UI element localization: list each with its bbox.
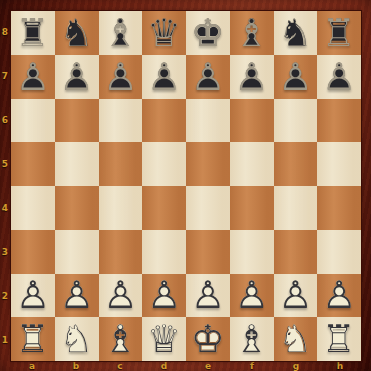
square-e1[interactable]: ♚♔ [186, 317, 230, 361]
square-h3[interactable] [317, 230, 361, 274]
square-f5[interactable] [230, 142, 274, 186]
piece-glyph-outline: ♙ [99, 274, 143, 318]
square-b4[interactable] [55, 186, 99, 230]
square-e8[interactable]: ♚♔ [186, 11, 230, 55]
square-h1[interactable]: ♜♖ [317, 317, 361, 361]
file-label-f: f [230, 361, 274, 371]
square-c6[interactable] [99, 99, 143, 143]
piece-white-pawn[interactable]: ♟♙ [230, 274, 274, 318]
piece-black-bishop[interactable]: ♝♗ [99, 11, 143, 55]
square-f4[interactable] [230, 186, 274, 230]
rank-labels: 87654321 [0, 10, 10, 362]
piece-glyph-outline: ♘ [55, 317, 99, 361]
square-b6[interactable] [55, 99, 99, 143]
piece-white-queen[interactable]: ♛♕ [142, 317, 186, 361]
piece-glyph-outline: ♙ [99, 55, 143, 99]
piece-black-pawn[interactable]: ♟♙ [274, 55, 318, 99]
piece-white-pawn[interactable]: ♟♙ [55, 274, 99, 318]
square-g1[interactable]: ♞♘ [274, 317, 318, 361]
piece-black-pawn[interactable]: ♟♙ [186, 55, 230, 99]
square-a2[interactable]: ♟♙ [11, 274, 55, 318]
rank-label-5: 5 [0, 142, 10, 186]
square-d2[interactable]: ♟♙ [142, 274, 186, 318]
piece-glyph-outline: ♙ [142, 55, 186, 99]
piece-glyph-outline: ♕ [142, 317, 186, 361]
square-c1[interactable]: ♝♗ [99, 317, 143, 361]
square-d5[interactable] [142, 142, 186, 186]
piece-glyph-outline: ♙ [55, 55, 99, 99]
square-h8[interactable]: ♜♖ [317, 11, 361, 55]
square-h7[interactable]: ♟♙ [317, 55, 361, 99]
rank-label-2: 2 [0, 274, 10, 318]
file-label-c: c [98, 361, 142, 371]
rank-label-4: 4 [0, 186, 10, 230]
square-d4[interactable] [142, 186, 186, 230]
square-g8[interactable]: ♞♘ [274, 11, 318, 55]
piece-glyph-outline: ♔ [186, 11, 230, 55]
piece-black-pawn[interactable]: ♟♙ [230, 55, 274, 99]
piece-black-knight[interactable]: ♞♘ [55, 11, 99, 55]
square-h4[interactable] [317, 186, 361, 230]
piece-black-pawn[interactable]: ♟♙ [11, 55, 55, 99]
square-d6[interactable] [142, 99, 186, 143]
square-d1[interactable]: ♛♕ [142, 317, 186, 361]
square-h6[interactable] [317, 99, 361, 143]
square-f1[interactable]: ♝♗ [230, 317, 274, 361]
piece-white-pawn[interactable]: ♟♙ [142, 274, 186, 318]
piece-black-pawn[interactable]: ♟♙ [99, 55, 143, 99]
square-a7[interactable]: ♟♙ [11, 55, 55, 99]
square-b2[interactable]: ♟♙ [55, 274, 99, 318]
square-e5[interactable] [186, 142, 230, 186]
piece-white-pawn[interactable]: ♟♙ [274, 274, 318, 318]
piece-glyph-outline: ♘ [274, 317, 318, 361]
piece-glyph-outline: ♙ [142, 274, 186, 318]
square-g5[interactable] [274, 142, 318, 186]
square-g2[interactable]: ♟♙ [274, 274, 318, 318]
rank-label-6: 6 [0, 98, 10, 142]
chess-board[interactable]: ♜♖♞♘♝♗♛♕♚♔♝♗♞♘♜♖♟♙♟♙♟♙♟♙♟♙♟♙♟♙♟♙♟♙♟♙♟♙♟♙… [10, 10, 362, 362]
piece-white-knight[interactable]: ♞♘ [55, 317, 99, 361]
file-label-a: a [10, 361, 54, 371]
file-label-e: e [186, 361, 230, 371]
piece-black-rook[interactable]: ♜♖ [11, 11, 55, 55]
piece-white-pawn[interactable]: ♟♙ [186, 274, 230, 318]
square-a8[interactable]: ♜♖ [11, 11, 55, 55]
piece-glyph-outline: ♗ [99, 317, 143, 361]
piece-white-knight[interactable]: ♞♘ [274, 317, 318, 361]
piece-black-bishop[interactable]: ♝♗ [230, 11, 274, 55]
piece-black-pawn[interactable]: ♟♙ [142, 55, 186, 99]
piece-white-king[interactable]: ♚♔ [186, 317, 230, 361]
file-label-g: g [274, 361, 318, 371]
piece-glyph-outline: ♙ [11, 274, 55, 318]
piece-glyph-outline: ♔ [186, 317, 230, 361]
piece-glyph-outline: ♖ [11, 11, 55, 55]
rank-label-8: 8 [0, 10, 10, 54]
piece-black-knight[interactable]: ♞♘ [274, 11, 318, 55]
square-c7[interactable]: ♟♙ [99, 55, 143, 99]
piece-glyph-outline: ♘ [274, 11, 318, 55]
file-labels: abcdefgh [10, 361, 362, 371]
rank-label-1: 1 [0, 318, 10, 362]
square-g7[interactable]: ♟♙ [274, 55, 318, 99]
square-f7[interactable]: ♟♙ [230, 55, 274, 99]
square-g4[interactable] [274, 186, 318, 230]
piece-black-rook[interactable]: ♜♖ [317, 11, 361, 55]
file-label-d: d [142, 361, 186, 371]
square-c8[interactable]: ♝♗ [99, 11, 143, 55]
piece-white-pawn[interactable]: ♟♙ [99, 274, 143, 318]
square-c5[interactable] [99, 142, 143, 186]
square-g6[interactable] [274, 99, 318, 143]
piece-glyph-outline: ♙ [230, 55, 274, 99]
file-label-h: h [318, 361, 362, 371]
piece-glyph-outline: ♙ [186, 55, 230, 99]
piece-glyph-outline: ♙ [274, 55, 318, 99]
piece-white-bishop[interactable]: ♝♗ [99, 317, 143, 361]
square-a6[interactable] [11, 99, 55, 143]
square-e2[interactable]: ♟♙ [186, 274, 230, 318]
square-h2[interactable]: ♟♙ [317, 274, 361, 318]
piece-white-bishop[interactable]: ♝♗ [230, 317, 274, 361]
piece-white-rook[interactable]: ♜♖ [11, 317, 55, 361]
rank-label-3: 3 [0, 230, 10, 274]
piece-glyph-outline: ♕ [142, 11, 186, 55]
piece-glyph-outline: ♖ [317, 11, 361, 55]
square-c3[interactable] [99, 230, 143, 274]
square-e7[interactable]: ♟♙ [186, 55, 230, 99]
square-e6[interactable] [186, 99, 230, 143]
chess-board-frame: 87654321 abcdefgh ♜♖♞♘♝♗♛♕♚♔♝♗♞♘♜♖♟♙♟♙♟♙… [0, 0, 371, 371]
piece-glyph-outline: ♖ [317, 317, 361, 361]
square-e3[interactable] [186, 230, 230, 274]
piece-black-queen[interactable]: ♛♕ [142, 11, 186, 55]
rank-label-7: 7 [0, 54, 10, 98]
square-a1[interactable]: ♜♖ [11, 317, 55, 361]
piece-glyph-outline: ♖ [11, 317, 55, 361]
square-b1[interactable]: ♞♘ [55, 317, 99, 361]
square-e4[interactable] [186, 186, 230, 230]
square-f6[interactable] [230, 99, 274, 143]
square-d8[interactable]: ♛♕ [142, 11, 186, 55]
square-f8[interactable]: ♝♗ [230, 11, 274, 55]
square-c2[interactable]: ♟♙ [99, 274, 143, 318]
square-b5[interactable] [55, 142, 99, 186]
piece-glyph-outline: ♙ [230, 274, 274, 318]
piece-white-pawn[interactable]: ♟♙ [11, 274, 55, 318]
piece-black-pawn[interactable]: ♟♙ [317, 55, 361, 99]
piece-glyph-outline: ♘ [55, 11, 99, 55]
square-d7[interactable]: ♟♙ [142, 55, 186, 99]
file-label-b: b [54, 361, 98, 371]
piece-glyph-outline: ♗ [230, 317, 274, 361]
square-a4[interactable] [11, 186, 55, 230]
piece-glyph-outline: ♙ [317, 55, 361, 99]
square-d3[interactable] [142, 230, 186, 274]
square-f3[interactable] [230, 230, 274, 274]
piece-glyph-outline: ♙ [11, 55, 55, 99]
piece-white-pawn[interactable]: ♟♙ [317, 274, 361, 318]
square-f2[interactable]: ♟♙ [230, 274, 274, 318]
piece-glyph-outline: ♙ [186, 274, 230, 318]
piece-white-rook[interactable]: ♜♖ [317, 317, 361, 361]
piece-black-king[interactable]: ♚♔ [186, 11, 230, 55]
square-a5[interactable] [11, 142, 55, 186]
piece-glyph-outline: ♙ [274, 274, 318, 318]
piece-glyph-outline: ♗ [230, 11, 274, 55]
square-b3[interactable] [55, 230, 99, 274]
piece-glyph-outline: ♙ [317, 274, 361, 318]
square-b8[interactable]: ♞♘ [55, 11, 99, 55]
square-a3[interactable] [11, 230, 55, 274]
piece-glyph-outline: ♗ [99, 11, 143, 55]
piece-glyph-outline: ♙ [55, 274, 99, 318]
square-h5[interactable] [317, 142, 361, 186]
square-g3[interactable] [274, 230, 318, 274]
piece-black-pawn[interactable]: ♟♙ [55, 55, 99, 99]
square-b7[interactable]: ♟♙ [55, 55, 99, 99]
square-c4[interactable] [99, 186, 143, 230]
